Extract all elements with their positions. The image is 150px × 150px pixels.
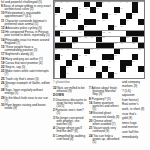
clue: 4 Charge where you'll find the doll? (6) [53,127,87,133]
white-cell[interactable]: 24 [126,19,131,24]
white-cell[interactable]: 39 [72,43,77,48]
cell-number: 51 [79,54,81,56]
clue-number: 28 [1,88,5,92]
black-cell [78,66,83,71]
cell-number: 16 [79,13,81,15]
white-cell[interactable]: 13 [96,7,101,12]
cell-number: 9 [138,1,139,3]
clue-number: 20 [89,119,93,123]
white-cell[interactable]: 52 [84,54,89,59]
clue: 28 Says, learn regularly without energy … [1,89,51,95]
white-cell[interactable]: 10 [60,7,65,12]
white-cell[interactable] [96,66,101,71]
white-cell[interactable] [66,54,71,59]
white-cell[interactable] [72,72,77,77]
white-cell[interactable]: 25 [55,25,60,30]
cell-number: 22 [97,19,99,21]
clue-number: 2 [53,108,56,112]
crossword-page: 1234567891011121314151617181920212223242… [0,0,150,150]
clue-number: 30 [1,103,5,107]
white-cell[interactable]: 49 [138,49,143,54]
white-cell[interactable] [84,13,89,18]
clue-number: 26 [1,81,5,85]
cell-number: 8 [126,1,127,3]
black-cell [96,72,101,77]
across-clues-left-column: ful and powerful challenged (5)9 Basis o… [1,1,51,112]
cell-number: 17 [108,13,110,15]
white-cell[interactable]: 48 [120,49,125,54]
white-cell[interactable]: 20 [66,19,71,24]
white-cell[interactable] [72,49,77,54]
clue-fragment: immediately [122,136,149,139]
cell-number: 32 [103,31,105,33]
white-cell[interactable] [120,31,125,36]
white-cell[interactable] [126,72,131,77]
white-cell[interactable]: 12 [84,7,89,12]
cell-number: 14 [120,7,122,9]
cell-number: 62 [108,66,110,68]
white-cell[interactable] [102,49,107,54]
black-cell [108,72,113,77]
clue: 16 Some quantum particles and others (5) [89,102,120,112]
cell-number: 27 [85,25,87,27]
cell-number: 39 [73,42,75,44]
clue: 13 He conquered Persia, in Persian post … [1,31,51,37]
clue: 5 Compelled by auditing cum food (4) [53,135,87,141]
clue: 3 No longer concerned with prophet, she … [53,117,87,127]
clue-number: 1 [53,98,56,102]
white-cell[interactable] [138,13,143,18]
white-cell[interactable] [132,49,137,54]
white-cell[interactable] [90,72,95,77]
white-cell[interactable] [132,66,137,71]
clue-number: 14 [1,38,5,42]
cell-number: 11 [79,7,81,9]
black-cell [102,66,107,71]
white-cell[interactable] [126,25,131,30]
clue: 32 Nuts are milled to be ethereal (9) [53,87,87,93]
white-cell[interactable] [66,25,71,30]
cell-number: 18 [114,13,116,15]
clue: 30 Flyer begins raising and boxes inside… [1,104,51,110]
white-cell[interactable] [138,25,143,30]
white-cell[interactable] [84,72,89,77]
clue: 23 Make notes while saint interrupts (7) [1,70,51,76]
cell-number: 46 [91,48,93,50]
black-cell [120,60,125,65]
white-cell[interactable] [114,31,119,36]
white-cell[interactable]: 42 [132,43,137,48]
cell-number: 33 [108,31,110,33]
cell-number: 65 [114,72,116,74]
cell-number: 24 [126,19,128,21]
white-cell[interactable] [132,25,137,30]
cell-number: 2 [61,1,62,3]
clue: 21 Vacant work very confused (9) [89,127,120,133]
white-cell[interactable]: 34 [78,37,83,42]
clue-fragment: markers (9) [122,85,149,88]
cell-number: 3 [67,1,68,3]
white-cell[interactable]: 16 [78,13,83,18]
black-cell [120,66,125,71]
white-cell[interactable] [55,66,60,71]
white-cell[interactable]: 18 [114,13,119,18]
black-cell [90,7,95,12]
white-cell[interactable] [138,37,143,42]
white-cell[interactable] [126,43,131,48]
cell-number: 41 [120,42,122,44]
white-cell[interactable]: 3 [66,2,71,7]
cell-number: 28 [114,25,116,27]
clue-number: 23 [1,69,5,73]
black-cell [96,37,101,42]
white-cell[interactable] [78,72,83,77]
cell-number: 40 [114,42,116,44]
cell-number: 59 [67,66,69,68]
cell-number: 56 [97,60,99,62]
clue-number: 5 [53,134,56,138]
white-cell[interactable]: 64 [66,72,71,77]
cell-number: 36 [91,36,93,38]
clue-number: 7 [89,86,92,90]
white-cell[interactable]: 35 [84,37,89,42]
cell-number: 6 [108,1,109,3]
white-cell[interactable] [108,37,113,42]
clue: 14 Persuades exact to move around Englan… [1,39,51,45]
white-cell[interactable] [126,7,131,12]
clue-number: 18 [89,111,93,115]
white-cell[interactable]: 33 [108,31,113,36]
cell-number: 53 [114,54,116,56]
white-cell[interactable] [66,7,71,12]
cell-number: 21 [73,19,75,21]
white-cell[interactable] [132,72,137,77]
white-cell[interactable]: 55 [72,60,77,65]
cell-number: 13 [97,7,99,9]
white-cell[interactable]: 37 [102,37,107,42]
cell-number: 58 [132,60,134,62]
black-cell [102,43,107,48]
clue-number: 32 [53,86,57,90]
clue: 1 Disastrous discounts to snap factory o… [53,99,87,109]
white-cell[interactable] [72,31,77,36]
white-cell[interactable]: 29 [120,25,125,30]
clue: 24 You can help a grown-up, absorbed (5) [89,135,120,145]
white-cell[interactable] [120,54,125,59]
clue-number: 4 [53,126,56,130]
cell-number: 63 [126,66,128,68]
clue-number: 16 [89,101,93,105]
cell-number: 20 [67,19,69,21]
black-cell [138,31,143,36]
white-cell[interactable]: 36 [90,37,95,42]
cell-number: 19 [132,13,134,15]
white-cell[interactable] [66,37,71,42]
white-cell[interactable] [108,19,113,24]
white-cell[interactable]: 61 [90,66,95,71]
white-cell[interactable]: 17 [108,13,113,18]
white-cell[interactable]: 9 [138,2,143,7]
cell-number: 37 [103,36,105,38]
cell-number: 1 [55,1,56,3]
clue: 18 Excited ghost recovered slowly (8) [89,112,120,118]
cell-number: 60 [85,66,87,68]
white-cell[interactable] [120,13,125,18]
black-cell [60,66,65,71]
cell-number: 31 [79,31,81,33]
white-cell[interactable] [72,25,77,30]
cell-number: 35 [85,36,87,38]
white-cell[interactable]: 58 [132,60,137,65]
white-cell[interactable]: 1 [55,2,60,7]
clue-number: 9 [1,4,4,8]
cell-number: 47 [97,48,99,50]
white-cell[interactable] [78,19,83,24]
white-cell[interactable] [60,13,65,18]
white-cell[interactable]: 15 [55,13,60,18]
white-cell[interactable]: 14 [120,7,125,12]
white-cell[interactable]: 38 [126,37,131,42]
down-clues-column-d: and companymarkers (9)? (5,6)aquariumhum… [122,81,149,141]
clue-number: 11 [1,19,5,23]
cell-number: 64 [67,72,69,74]
white-cell[interactable]: 22 [96,19,101,24]
white-cell[interactable] [60,60,65,65]
cell-number: 48 [120,48,122,50]
black-cell [96,31,101,36]
clue-number: 24 [89,134,93,138]
white-cell[interactable]: 28 [114,25,119,30]
white-cell[interactable] [138,72,143,77]
white-cell[interactable] [90,25,95,30]
cell-number: 50 [61,54,63,56]
black-cell [60,37,65,42]
white-cell[interactable]: 5 [102,2,107,7]
white-cell[interactable]: 50 [60,54,65,59]
cell-number: 38 [126,36,128,38]
cell-number: 55 [73,60,75,62]
white-cell[interactable] [78,60,83,65]
white-cell[interactable]: 62 [108,66,113,71]
clue-number: 3 [53,116,56,120]
white-cell[interactable] [126,54,131,59]
white-cell[interactable] [72,2,77,7]
cell-number: 49 [138,48,140,50]
white-cell[interactable] [55,37,60,42]
clues-column-b: 32 Nuts are milled to be ethereal (9)DOW… [53,87,87,143]
white-cell[interactable]: 43 [55,49,60,54]
clue-number: 13 [1,30,5,34]
white-cell[interactable] [90,2,95,7]
cell-number: 4 [79,1,80,3]
white-cell[interactable]: 27 [84,25,89,30]
white-cell[interactable] [90,54,95,59]
cell-number: 57 [108,60,110,62]
white-cell[interactable]: 40 [114,43,119,48]
crossword-grid: 1234567891011121314151617181920212223242… [53,0,145,79]
clue-fragment: gold (8) [122,117,149,120]
clue: 2 Fantastic one's item? (5) [53,109,87,115]
black-cell [55,31,60,36]
white-cell[interactable] [120,72,125,77]
white-cell[interactable] [90,13,95,18]
white-cell[interactable]: 30 [60,31,65,36]
grid-caption: © gfuweirtlwe [53,81,70,84]
cell-number: 7 [120,1,121,3]
clue: 11 Character surrounds batsman's preferr… [1,20,51,26]
white-cell[interactable]: 63 [126,66,131,71]
white-cell[interactable]: 21 [72,19,77,24]
white-cell[interactable]: 8 [126,2,131,7]
clue-number: 10 [1,11,5,15]
cell-number: 26 [61,25,63,27]
white-cell[interactable] [132,19,137,24]
white-cell[interactable] [108,49,113,54]
black-cell [138,66,143,71]
white-cell[interactable]: 53 [114,54,119,59]
cell-number: 34 [79,36,81,38]
cell-number: 29 [120,25,122,27]
white-cell[interactable] [66,31,71,36]
clue-fragment: work, in short (8) [122,108,149,111]
white-cell[interactable] [102,7,107,12]
white-cell[interactable]: 65 [114,72,119,77]
cell-number: 44 [61,48,63,50]
white-cell[interactable] [114,60,119,65]
white-cell[interactable] [114,2,119,7]
white-cell[interactable]: 60 [84,66,89,71]
clue-number: 29 [1,96,5,100]
white-cell[interactable]: 47 [96,49,101,54]
cell-number: 45 [67,48,69,50]
white-cell[interactable] [55,72,60,77]
cell-number: 25 [55,25,57,27]
cell-number: 30 [61,31,63,33]
cell-number: 12 [85,7,87,9]
clue-fragment: user half the [122,131,149,134]
cell-number: 61 [91,66,93,68]
white-cell[interactable]: 56 [96,60,101,65]
clue: 10 Policewoman's reasonable apprehension… [1,12,51,18]
black-cell [90,19,95,24]
white-cell[interactable] [102,72,107,77]
black-cell [72,7,77,12]
clue-fragment: aquarium [122,94,149,97]
clue-number: 15 [1,45,5,49]
white-cell[interactable]: 23 [102,19,107,24]
white-cell[interactable] [126,49,131,54]
white-cell[interactable] [138,54,143,59]
black-cell [132,2,137,7]
black-cell [60,72,65,77]
black-cell [132,31,137,36]
cell-number: 5 [103,1,104,3]
white-cell[interactable] [138,7,143,12]
black-cell [108,43,113,48]
down-clues-column-c: 7 Advise about finale featuring Marshal … [89,87,120,145]
white-cell[interactable] [84,43,89,48]
clue: 7 Advise about finale featuring Marshal … [89,87,120,97]
cell-number: 42 [132,42,134,44]
cell-number: 54 [55,60,57,62]
cell-number: 10 [61,7,63,9]
white-cell[interactable] [78,43,83,48]
cell-number: 23 [103,19,105,21]
white-cell[interactable]: 6 [108,2,113,7]
white-cell[interactable]: 54 [55,60,60,65]
white-cell[interactable] [96,25,101,30]
white-cell[interactable]: 45 [66,49,71,54]
black-cell [102,54,107,59]
black-cell [138,19,143,24]
white-cell[interactable]: 19 [132,13,137,18]
white-cell[interactable] [102,60,107,65]
white-cell[interactable]: 46 [90,49,95,54]
clue-number: 21 [89,126,93,130]
cell-number: 52 [85,54,87,56]
cell-number: 43 [55,48,57,50]
white-cell[interactable] [138,60,143,65]
white-cell[interactable]: 51 [78,54,83,59]
cell-number: 15 [55,13,57,15]
white-cell[interactable] [72,66,77,71]
